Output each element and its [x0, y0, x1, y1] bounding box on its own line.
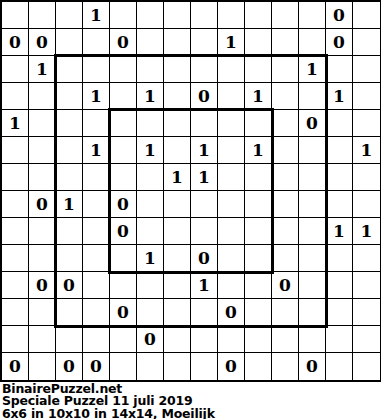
cell-r10-c8[interactable] [218, 272, 245, 299]
cell-r13-c7[interactable] [191, 353, 218, 380]
cell-r10-c7[interactable]: 1 [191, 272, 218, 299]
cell-r1-c10[interactable] [272, 29, 299, 56]
cell-r8-c13[interactable]: 1 [353, 218, 380, 245]
cell-r8-c0[interactable] [2, 218, 29, 245]
cell-r8-c11[interactable] [299, 218, 326, 245]
cell-r7-c5[interactable] [137, 191, 164, 218]
cell-r8-c4[interactable]: 0 [110, 218, 137, 245]
cell-r11-c4[interactable]: 0 [110, 299, 137, 326]
cell-r11-c2[interactable] [56, 299, 83, 326]
cell-r0-c7[interactable] [191, 2, 218, 29]
cell-r12-c4[interactable] [110, 326, 137, 353]
cell-r11-c3[interactable] [83, 299, 110, 326]
puzzle-board: 1000010111101110111111101001110001000000… [0, 0, 381, 382]
cell-r13-c4[interactable] [110, 353, 137, 380]
cell-r10-c12[interactable] [326, 272, 353, 299]
cell-r2-c6[interactable] [164, 56, 191, 83]
cell-r13-c11[interactable]: 0 [299, 353, 326, 380]
cell-r12-c13[interactable] [353, 326, 380, 353]
cell-r6-c7[interactable]: 1 [191, 164, 218, 191]
cell-r11-c9[interactable] [245, 299, 272, 326]
cell-r0-c9[interactable] [245, 2, 272, 29]
cell-r7-c11[interactable] [299, 191, 326, 218]
cell-r12-c8[interactable] [218, 326, 245, 353]
cell-r1-c3[interactable] [83, 29, 110, 56]
cell-r5-c0[interactable] [2, 137, 29, 164]
cell-r10-c1[interactable]: 0 [29, 272, 56, 299]
cell-r6-c8[interactable] [218, 164, 245, 191]
cell-r10-c5[interactable] [137, 272, 164, 299]
cell-r3-c5[interactable]: 1 [137, 83, 164, 110]
cell-r7-c1[interactable]: 0 [29, 191, 56, 218]
cell-r9-c10[interactable] [272, 245, 299, 272]
cell-r6-c12[interactable] [326, 164, 353, 191]
cell-r2-c4[interactable] [110, 56, 137, 83]
cell-r7-c6[interactable] [164, 191, 191, 218]
cell-r1-c9[interactable] [245, 29, 272, 56]
cell-r9-c8[interactable] [218, 245, 245, 272]
cell-r4-c7[interactable] [191, 110, 218, 137]
cell-r3-c10[interactable] [272, 83, 299, 110]
cell-r12-c11[interactable] [299, 326, 326, 353]
cell-r11-c7[interactable] [191, 299, 218, 326]
cell-r13-c2[interactable]: 0 [56, 353, 83, 380]
cell-r12-c6[interactable] [164, 326, 191, 353]
cell-r10-c11[interactable] [299, 272, 326, 299]
cell-r5-c9[interactable]: 1 [245, 137, 272, 164]
cell-r13-c5[interactable] [137, 353, 164, 380]
cell-r11-c5[interactable] [137, 299, 164, 326]
cell-r10-c0[interactable] [2, 272, 29, 299]
cell-r8-c6[interactable] [164, 218, 191, 245]
cell-r13-c0[interactable]: 0 [2, 353, 29, 380]
cell-r3-c9[interactable]: 1 [245, 83, 272, 110]
cell-r5-c7[interactable]: 1 [191, 137, 218, 164]
cell-r7-c4[interactable]: 0 [110, 191, 137, 218]
cell-r9-c9[interactable] [245, 245, 272, 272]
cell-r11-c12[interactable] [326, 299, 353, 326]
cell-r8-c8[interactable] [218, 218, 245, 245]
cell-r6-c2[interactable] [56, 164, 83, 191]
cell-r6-c3[interactable] [83, 164, 110, 191]
cell-r11-c8[interactable]: 0 [218, 299, 245, 326]
cell-r10-c4[interactable] [110, 272, 137, 299]
cell-r12-c2[interactable] [56, 326, 83, 353]
cell-r11-c11[interactable] [299, 299, 326, 326]
cell-r0-c1[interactable] [29, 2, 56, 29]
cell-r1-c2[interactable] [56, 29, 83, 56]
cell-r12-c1[interactable] [29, 326, 56, 353]
cell-r4-c12[interactable] [326, 110, 353, 137]
cell-r8-c3[interactable] [83, 218, 110, 245]
cell-r13-c6[interactable] [164, 353, 191, 380]
cell-r0-c11[interactable] [299, 2, 326, 29]
cell-r7-c8[interactable] [218, 191, 245, 218]
cell-r7-c0[interactable] [2, 191, 29, 218]
cell-r11-c6[interactable] [164, 299, 191, 326]
cell-r5-c12[interactable] [326, 137, 353, 164]
cell-r6-c6[interactable]: 1 [164, 164, 191, 191]
cell-r10-c10[interactable]: 0 [272, 272, 299, 299]
cell-r4-c3[interactable] [83, 110, 110, 137]
cell-r1-c0[interactable]: 0 [2, 29, 29, 56]
cell-r5-c2[interactable] [56, 137, 83, 164]
cell-r4-c9[interactable] [245, 110, 272, 137]
cell-r3-c6[interactable] [164, 83, 191, 110]
cell-r2-c0[interactable] [2, 56, 29, 83]
cell-r0-c5[interactable] [137, 2, 164, 29]
cell-r5-c6[interactable] [164, 137, 191, 164]
cell-r8-c1[interactable] [29, 218, 56, 245]
cell-r9-c2[interactable] [56, 245, 83, 272]
cell-r13-c3[interactable]: 0 [83, 353, 110, 380]
cell-r1-c4[interactable]: 0 [110, 29, 137, 56]
cell-r6-c4[interactable] [110, 164, 137, 191]
cell-r13-c10[interactable] [272, 353, 299, 380]
cell-r7-c2[interactable]: 1 [56, 191, 83, 218]
cell-r3-c11[interactable] [299, 83, 326, 110]
cell-r9-c13[interactable] [353, 245, 380, 272]
cell-r6-c10[interactable] [272, 164, 299, 191]
cell-r4-c1[interactable] [29, 110, 56, 137]
cell-r11-c10[interactable] [272, 299, 299, 326]
cell-r6-c1[interactable] [29, 164, 56, 191]
cell-r7-c12[interactable] [326, 191, 353, 218]
cell-r3-c7[interactable]: 0 [191, 83, 218, 110]
cell-r4-c11[interactable]: 0 [299, 110, 326, 137]
cell-r13-c1[interactable] [29, 353, 56, 380]
cell-r4-c10[interactable] [272, 110, 299, 137]
cell-r13-c9[interactable] [245, 353, 272, 380]
cell-r10-c9[interactable] [245, 272, 272, 299]
cell-r9-c6[interactable] [164, 245, 191, 272]
cell-r10-c3[interactable] [83, 272, 110, 299]
cell-r5-c13[interactable]: 1 [353, 137, 380, 164]
cell-r6-c5[interactable] [137, 164, 164, 191]
cell-r10-c6[interactable] [164, 272, 191, 299]
cell-r3-c2[interactable] [56, 83, 83, 110]
cell-r4-c2[interactable] [56, 110, 83, 137]
cell-r13-c8[interactable]: 0 [218, 353, 245, 380]
cell-r4-c6[interactable] [164, 110, 191, 137]
cell-r13-c12[interactable] [326, 353, 353, 380]
cell-r9-c11[interactable] [299, 245, 326, 272]
cell-r1-c11[interactable] [299, 29, 326, 56]
cell-r10-c13[interactable] [353, 272, 380, 299]
cell-r12-c3[interactable] [83, 326, 110, 353]
cell-r8-c7[interactable] [191, 218, 218, 245]
cell-r0-c4[interactable] [110, 2, 137, 29]
cell-r12-c0[interactable] [2, 326, 29, 353]
cell-r0-c10[interactable] [272, 2, 299, 29]
cell-r1-c5[interactable] [137, 29, 164, 56]
cell-r8-c12[interactable]: 1 [326, 218, 353, 245]
cell-r5-c5[interactable]: 1 [137, 137, 164, 164]
cell-r2-c1[interactable]: 1 [29, 56, 56, 83]
cell-r5-c8[interactable] [218, 137, 245, 164]
cell-r0-c13[interactable] [353, 2, 380, 29]
cell-r0-c2[interactable] [56, 2, 83, 29]
cell-r12-c10[interactable] [272, 326, 299, 353]
cell-r3-c4[interactable] [110, 83, 137, 110]
cell-r9-c5[interactable]: 1 [137, 245, 164, 272]
cell-r7-c3[interactable] [83, 191, 110, 218]
cell-r1-c8[interactable]: 1 [218, 29, 245, 56]
cell-r11-c0[interactable] [2, 299, 29, 326]
cell-r9-c1[interactable] [29, 245, 56, 272]
cell-r6-c13[interactable] [353, 164, 380, 191]
cell-r5-c1[interactable] [29, 137, 56, 164]
cell-r3-c8[interactable] [218, 83, 245, 110]
cell-r0-c12[interactable]: 0 [326, 2, 353, 29]
binary-puzzle-page: 1000010111101110111111101001110001000000… [0, 0, 381, 419]
cell-r7-c7[interactable] [191, 191, 218, 218]
cell-r7-c10[interactable] [272, 191, 299, 218]
cell-r2-c9[interactable] [245, 56, 272, 83]
cell-r5-c10[interactable] [272, 137, 299, 164]
cell-r12-c12[interactable] [326, 326, 353, 353]
cell-r7-c9[interactable] [245, 191, 272, 218]
cell-r11-c13[interactable] [353, 299, 380, 326]
cell-r8-c9[interactable] [245, 218, 272, 245]
cell-r2-c7[interactable] [191, 56, 218, 83]
cell-r6-c11[interactable] [299, 164, 326, 191]
cell-r4-c0[interactable]: 1 [2, 110, 29, 137]
cell-r6-c9[interactable] [245, 164, 272, 191]
cell-r4-c4[interactable] [110, 110, 137, 137]
cell-r12-c9[interactable] [245, 326, 272, 353]
cell-r1-c1[interactable]: 0 [29, 29, 56, 56]
cell-r1-c12[interactable]: 0 [326, 29, 353, 56]
cell-r0-c6[interactable] [164, 2, 191, 29]
cell-r1-c7[interactable] [191, 29, 218, 56]
cell-r1-c13[interactable] [353, 29, 380, 56]
cell-r0-c0[interactable] [2, 2, 29, 29]
caption: BinairePuzzel.net Speciale Puzzel 11 jul… [0, 382, 381, 419]
cell-r2-c8[interactable] [218, 56, 245, 83]
cell-r12-c5[interactable]: 0 [137, 326, 164, 353]
cell-r9-c12[interactable] [326, 245, 353, 272]
cell-r4-c5[interactable] [137, 110, 164, 137]
cell-r12-c7[interactable] [191, 326, 218, 353]
cell-r13-c13[interactable] [353, 353, 380, 380]
cell-r2-c10[interactable] [272, 56, 299, 83]
cell-r10-c2[interactable]: 0 [56, 272, 83, 299]
cell-r2-c12[interactable] [326, 56, 353, 83]
cell-r3-c1[interactable] [29, 83, 56, 110]
cell-r2-c5[interactable] [137, 56, 164, 83]
cell-r8-c2[interactable] [56, 218, 83, 245]
cell-r9-c3[interactable] [83, 245, 110, 272]
cell-r11-c1[interactable] [29, 299, 56, 326]
cell-r7-c13[interactable] [353, 191, 380, 218]
cell-r9-c7[interactable]: 0 [191, 245, 218, 272]
cell-r4-c8[interactable] [218, 110, 245, 137]
cell-r5-c4[interactable] [110, 137, 137, 164]
cell-r3-c12[interactable]: 1 [326, 83, 353, 110]
cell-r1-c6[interactable] [164, 29, 191, 56]
cell-r3-c13[interactable] [353, 83, 380, 110]
cell-r2-c3[interactable] [83, 56, 110, 83]
cell-r8-c5[interactable] [137, 218, 164, 245]
cell-r2-c13[interactable] [353, 56, 380, 83]
cell-r6-c0[interactable] [2, 164, 29, 191]
cell-r3-c0[interactable] [2, 83, 29, 110]
cell-r9-c4[interactable] [110, 245, 137, 272]
cell-r4-c13[interactable] [353, 110, 380, 137]
cell-r9-c0[interactable] [2, 245, 29, 272]
puzzle-spec: 6x6 in 10x10 in 14x14, Moeilijk [2, 408, 381, 419]
cell-r0-c8[interactable] [218, 2, 245, 29]
cell-r2-c11[interactable]: 1 [299, 56, 326, 83]
cell-r2-c2[interactable] [56, 56, 83, 83]
cell-r3-c3[interactable]: 1 [83, 83, 110, 110]
cell-r8-c10[interactable] [272, 218, 299, 245]
cell-r5-c11[interactable] [299, 137, 326, 164]
cell-r5-c3[interactable]: 1 [83, 137, 110, 164]
cell-r0-c3[interactable]: 1 [83, 2, 110, 29]
